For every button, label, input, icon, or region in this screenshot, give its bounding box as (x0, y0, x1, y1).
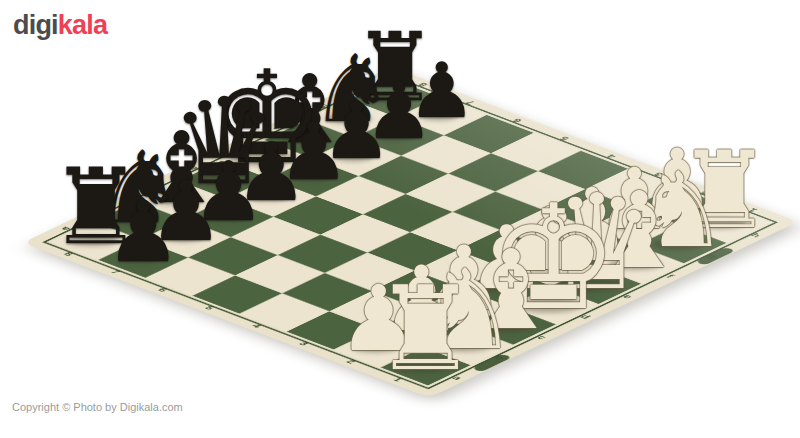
product-photo-page: digikala aabbccddeeffgghh112233445566778… (0, 0, 800, 438)
logo-text-kala: kala (58, 10, 107, 40)
logo-text-digi: digi (13, 10, 58, 40)
copyright-text: Copyright © Photo by Digikala.com (12, 401, 183, 413)
chess-board: aabbccddeeffgghh1122334455667788 (23, 67, 798, 398)
digikala-logo: digikala (13, 12, 107, 39)
board-frame-line (42, 75, 778, 389)
